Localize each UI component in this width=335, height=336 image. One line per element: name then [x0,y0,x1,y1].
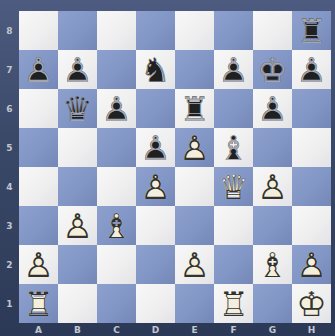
square-a7[interactable]: ♟♙ [19,50,58,89]
white-rook-f1[interactable]: ♜♖ [214,284,253,323]
square-e7[interactable] [175,50,214,89]
piece-outline-glyph: ♙ [292,50,331,89]
white-queen-f4[interactable]: ♛♕ [214,167,253,206]
rank-label-5: 5 [0,128,19,167]
square-h8[interactable]: ♜♖ [292,11,331,50]
piece-outline-glyph: ♙ [253,89,292,128]
file-label-c: C [97,323,136,336]
square-h2[interactable]: ♟♙ [292,245,331,284]
square-d3[interactable] [136,206,175,245]
square-a1[interactable]: ♜♖ [19,284,58,323]
square-h5[interactable] [292,128,331,167]
piece-outline-glyph: ♖ [292,11,331,50]
square-g2[interactable]: ♝♗ [253,245,292,284]
white-pawn-b3[interactable]: ♟♙ [58,206,97,245]
square-f7[interactable]: ♟♙ [214,50,253,89]
square-f8[interactable] [214,11,253,50]
square-a3[interactable] [19,206,58,245]
chess-diagram: 87654321 ♜♖♟♙♟♙♞♘♟♙♚♔♟♙♛♕♟♙♜♖♟♙♟♙♟♙♝♗♟♙♛… [0,0,335,336]
square-e1[interactable] [175,284,214,323]
square-e6[interactable]: ♜♖ [175,89,214,128]
black-pawn-b7[interactable]: ♟♙ [58,50,97,89]
piece-outline-glyph: ♙ [58,206,97,245]
square-e3[interactable] [175,206,214,245]
white-pawn-h2[interactable]: ♟♙ [292,245,331,284]
square-f5[interactable]: ♝♗ [214,128,253,167]
square-e8[interactable] [175,11,214,50]
black-pawn-a7[interactable]: ♟♙ [19,50,58,89]
white-pawn-g4[interactable]: ♟♙ [253,167,292,206]
square-d5[interactable]: ♟♙ [136,128,175,167]
piece-outline-glyph: ♙ [97,89,136,128]
square-c6[interactable]: ♟♙ [97,89,136,128]
piece-outline-glyph: ♗ [253,245,292,284]
square-g6[interactable]: ♟♙ [253,89,292,128]
piece-outline-glyph: ♘ [136,50,175,89]
piece-outline-glyph: ♕ [58,89,97,128]
file-label-b: B [58,323,97,336]
square-g1[interactable] [253,284,292,323]
piece-outline-glyph: ♙ [175,128,214,167]
square-h6[interactable] [292,89,331,128]
piece-outline-glyph: ♖ [19,284,58,323]
piece-outline-glyph: ♙ [19,245,58,284]
square-b7[interactable]: ♟♙ [58,50,97,89]
square-b5[interactable] [58,128,97,167]
piece-outline-glyph: ♙ [214,50,253,89]
square-a2[interactable]: ♟♙ [19,245,58,284]
file-label-g: G [253,323,292,336]
square-a4[interactable] [19,167,58,206]
square-g4[interactable]: ♟♙ [253,167,292,206]
square-e2[interactable]: ♟♙ [175,245,214,284]
square-f1[interactable]: ♜♖ [214,284,253,323]
square-d1[interactable] [136,284,175,323]
rank-label-7: 7 [0,50,19,89]
square-c1[interactable] [97,284,136,323]
white-pawn-e2[interactable]: ♟♙ [175,245,214,284]
rank-labels: 87654321 [0,11,19,323]
square-b2[interactable] [58,245,97,284]
piece-outline-glyph: ♙ [136,167,175,206]
black-pawn-h7[interactable]: ♟♙ [292,50,331,89]
square-d6[interactable] [136,89,175,128]
square-h1[interactable]: ♚♔ [292,284,331,323]
rank-label-2: 2 [0,245,19,284]
white-king-h1[interactable]: ♚♔ [292,284,331,323]
square-b1[interactable] [58,284,97,323]
black-pawn-g6[interactable]: ♟♙ [253,89,292,128]
white-bishop-c3[interactable]: ♝♗ [97,206,136,245]
file-labels: ABCDEFGH [19,323,331,336]
square-c2[interactable] [97,245,136,284]
square-f6[interactable] [214,89,253,128]
piece-outline-glyph: ♗ [97,206,136,245]
file-label-e: E [175,323,214,336]
file-label-d: D [136,323,175,336]
chess-board: ♜♖♟♙♟♙♞♘♟♙♚♔♟♙♛♕♟♙♜♖♟♙♟♙♟♙♝♗♟♙♛♕♟♙♟♙♝♗♟♙… [19,11,331,323]
square-c8[interactable] [97,11,136,50]
rank-label-8: 8 [0,11,19,50]
square-g5[interactable] [253,128,292,167]
square-e4[interactable] [175,167,214,206]
square-d4[interactable]: ♟♙ [136,167,175,206]
square-a5[interactable] [19,128,58,167]
piece-outline-glyph: ♙ [175,245,214,284]
black-queen-b6[interactable]: ♛♕ [58,89,97,128]
square-b8[interactable] [58,11,97,50]
square-e5[interactable]: ♟♙ [175,128,214,167]
piece-outline-glyph: ♙ [253,167,292,206]
rank-label-4: 4 [0,167,19,206]
square-a6[interactable] [19,89,58,128]
rank-label-3: 3 [0,206,19,245]
white-bishop-g2[interactable]: ♝♗ [253,245,292,284]
piece-outline-glyph: ♔ [292,284,331,323]
square-f2[interactable] [214,245,253,284]
black-pawn-c6[interactable]: ♟♙ [97,89,136,128]
rank-label-1: 1 [0,284,19,323]
square-b6[interactable]: ♛♕ [58,89,97,128]
piece-outline-glyph: ♙ [136,128,175,167]
square-d7[interactable]: ♞♘ [136,50,175,89]
square-d8[interactable] [136,11,175,50]
file-label-h: H [292,323,331,336]
square-g7[interactable]: ♚♔ [253,50,292,89]
piece-outline-glyph: ♖ [175,89,214,128]
black-pawn-f7[interactable]: ♟♙ [214,50,253,89]
white-pawn-d4[interactable]: ♟♙ [136,167,175,206]
piece-outline-glyph: ♖ [214,284,253,323]
square-h3[interactable] [292,206,331,245]
piece-outline-glyph: ♕ [214,167,253,206]
black-pawn-d5[interactable]: ♟♙ [136,128,175,167]
piece-outline-glyph: ♙ [58,50,97,89]
file-label-f: F [214,323,253,336]
rank-label-6: 6 [0,89,19,128]
square-h7[interactable]: ♟♙ [292,50,331,89]
white-rook-a1[interactable]: ♜♖ [19,284,58,323]
white-pawn-a2[interactable]: ♟♙ [19,245,58,284]
square-c4[interactable] [97,167,136,206]
square-d2[interactable] [136,245,175,284]
square-c7[interactable] [97,50,136,89]
piece-outline-glyph: ♗ [214,128,253,167]
file-label-a: A [19,323,58,336]
black-rook-h8[interactable]: ♜♖ [292,11,331,50]
black-rook-e6[interactable]: ♜♖ [175,89,214,128]
square-a8[interactable] [19,11,58,50]
piece-outline-glyph: ♔ [253,50,292,89]
square-f4[interactable]: ♛♕ [214,167,253,206]
square-c3[interactable]: ♝♗ [97,206,136,245]
square-f3[interactable] [214,206,253,245]
white-pawn-e5[interactable]: ♟♙ [175,128,214,167]
square-h4[interactable] [292,167,331,206]
black-king-g7[interactable]: ♚♔ [253,50,292,89]
square-b4[interactable] [58,167,97,206]
piece-outline-glyph: ♙ [292,245,331,284]
square-b3[interactable]: ♟♙ [58,206,97,245]
piece-outline-glyph: ♙ [19,50,58,89]
square-g8[interactable] [253,11,292,50]
black-knight-d7[interactable]: ♞♘ [136,50,175,89]
square-c5[interactable] [97,128,136,167]
black-bishop-f5[interactable]: ♝♗ [214,128,253,167]
square-g3[interactable] [253,206,292,245]
